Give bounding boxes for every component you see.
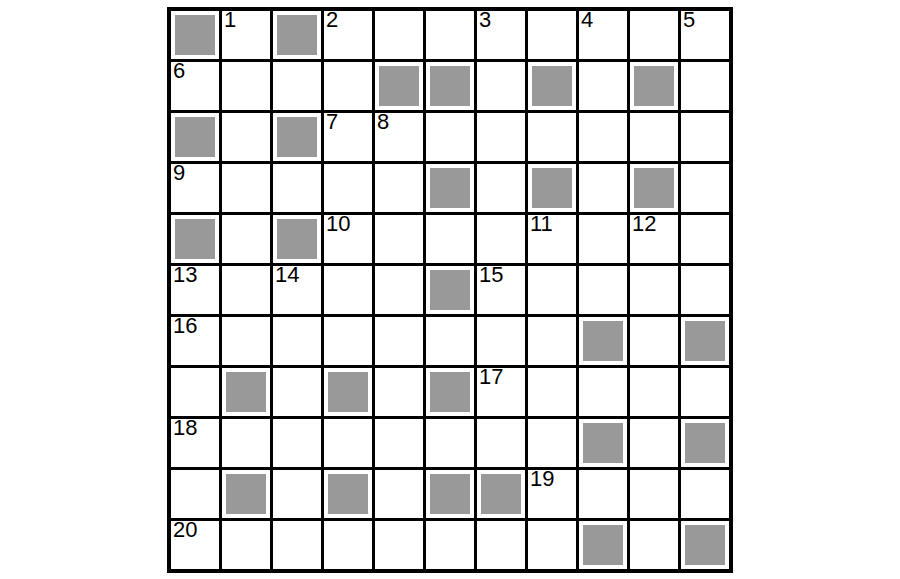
blocked-cell-r1c1	[171, 11, 219, 59]
cell-r1c9[interactable]: 4	[579, 11, 627, 59]
block-square	[277, 117, 317, 157]
blocked-cell-r4c6	[426, 164, 474, 212]
cell-r4c5[interactable]	[375, 164, 423, 212]
cell-r2c9[interactable]	[579, 62, 627, 110]
block-square	[430, 474, 470, 514]
cell-r10c11[interactable]	[681, 470, 729, 518]
blocked-cell-r10c2	[222, 470, 270, 518]
cell-r9c10[interactable]	[630, 419, 678, 467]
clue-number-6: 6	[173, 59, 185, 83]
blocked-cell-r4c10	[630, 164, 678, 212]
cell-r2c7[interactable]	[477, 62, 525, 110]
clue-number-9: 9	[173, 161, 185, 185]
cell-r7c1[interactable]: 16	[171, 317, 219, 365]
cell-r5c8[interactable]: 11	[528, 215, 576, 263]
blocked-cell-r11c11	[681, 521, 729, 569]
cell-r5c11[interactable]	[681, 215, 729, 263]
cell-r4c3[interactable]	[273, 164, 321, 212]
cell-r4c2[interactable]	[222, 164, 270, 212]
blocked-cell-r5c3	[273, 215, 321, 263]
cell-r4c1[interactable]: 9	[171, 164, 219, 212]
cell-r11c7[interactable]	[477, 521, 525, 569]
cell-r5c2[interactable]	[222, 215, 270, 263]
block-square	[328, 474, 368, 514]
cell-r11c1[interactable]: 20	[171, 521, 219, 569]
cell-r5c10[interactable]: 12	[630, 215, 678, 263]
clue-number-10: 10	[326, 212, 350, 236]
cell-r3c4[interactable]: 7	[324, 113, 372, 161]
cell-r8c3[interactable]	[273, 368, 321, 416]
blocked-cell-r8c6	[426, 368, 474, 416]
blocked-cell-r2c5	[375, 62, 423, 110]
cell-r8c9[interactable]	[579, 368, 627, 416]
cell-r11c8[interactable]	[528, 521, 576, 569]
cell-r8c8[interactable]	[528, 368, 576, 416]
block-square	[277, 15, 317, 55]
cell-r3c7[interactable]	[477, 113, 525, 161]
cell-r3c8[interactable]	[528, 113, 576, 161]
clue-number-13: 13	[173, 263, 197, 287]
cell-r2c4[interactable]	[324, 62, 372, 110]
blocked-cell-r5c1	[171, 215, 219, 263]
cell-r1c7[interactable]: 3	[477, 11, 525, 59]
clue-number-8: 8	[377, 110, 389, 134]
cell-r1c2[interactable]: 1	[222, 11, 270, 59]
cell-r5c9[interactable]	[579, 215, 627, 263]
blocked-cell-r6c6	[426, 266, 474, 314]
cell-r6c7[interactable]: 15	[477, 266, 525, 314]
clue-number-4: 4	[581, 8, 593, 32]
cell-r3c2[interactable]	[222, 113, 270, 161]
blocked-cell-r4c8	[528, 164, 576, 212]
cell-r11c2[interactable]	[222, 521, 270, 569]
block-square	[634, 168, 674, 208]
block-square	[226, 372, 266, 412]
blocked-cell-r3c3	[273, 113, 321, 161]
blocked-cell-r10c6	[426, 470, 474, 518]
clue-number-11: 11	[530, 212, 553, 236]
block-square	[685, 321, 725, 361]
cell-r3c6[interactable]	[426, 113, 474, 161]
blocked-cell-r7c9	[579, 317, 627, 365]
cell-r7c4[interactable]	[324, 317, 372, 365]
block-square	[430, 66, 470, 106]
blocked-cell-r9c11	[681, 419, 729, 467]
cell-r6c9[interactable]	[579, 266, 627, 314]
blocked-cell-r9c9	[579, 419, 627, 467]
cell-r11c6[interactable]	[426, 521, 474, 569]
cell-r1c5[interactable]	[375, 11, 423, 59]
blocked-cell-r10c4	[324, 470, 372, 518]
cell-r1c8[interactable]	[528, 11, 576, 59]
cell-r9c1[interactable]: 18	[171, 419, 219, 467]
cell-r7c10[interactable]	[630, 317, 678, 365]
cell-r3c11[interactable]	[681, 113, 729, 161]
cell-r8c10[interactable]	[630, 368, 678, 416]
block-square	[226, 474, 266, 514]
block-square	[175, 219, 215, 259]
cell-r11c4[interactable]	[324, 521, 372, 569]
cell-r5c7[interactable]	[477, 215, 525, 263]
cell-r1c4[interactable]: 2	[324, 11, 372, 59]
blocked-cell-r2c8	[528, 62, 576, 110]
block-square	[634, 66, 674, 106]
cell-r6c10[interactable]	[630, 266, 678, 314]
cell-r10c3[interactable]	[273, 470, 321, 518]
cell-r9c7[interactable]	[477, 419, 525, 467]
clue-number-20: 20	[173, 518, 197, 542]
clue-number-17: 17	[479, 365, 503, 389]
blocked-cell-r10c7	[477, 470, 525, 518]
clue-number-18: 18	[173, 416, 197, 440]
blocked-cell-r1c3	[273, 11, 321, 59]
block-square	[532, 168, 572, 208]
block-square	[583, 423, 623, 463]
block-square	[430, 270, 470, 310]
cell-r4c9[interactable]	[579, 164, 627, 212]
clue-number-12: 12	[632, 212, 656, 236]
cell-r6c11[interactable]	[681, 266, 729, 314]
cell-r9c8[interactable]	[528, 419, 576, 467]
clue-number-16: 16	[173, 314, 197, 338]
cell-r2c11[interactable]	[681, 62, 729, 110]
block-square	[175, 117, 215, 157]
cell-r8c7[interactable]: 17	[477, 368, 525, 416]
blocked-cell-r8c4	[324, 368, 372, 416]
clue-number-5: 5	[683, 8, 695, 32]
blocked-cell-r7c11	[681, 317, 729, 365]
cell-r9c3[interactable]	[273, 419, 321, 467]
cell-r10c8[interactable]: 19	[528, 470, 576, 518]
cell-r7c3[interactable]	[273, 317, 321, 365]
cell-r6c3[interactable]: 14	[273, 266, 321, 314]
cell-r10c10[interactable]	[630, 470, 678, 518]
cell-r9c5[interactable]	[375, 419, 423, 467]
cell-r7c5[interactable]	[375, 317, 423, 365]
block-square	[430, 372, 470, 412]
clue-number-1: 1	[224, 8, 236, 32]
block-square	[583, 525, 623, 565]
cell-r6c1[interactable]: 13	[171, 266, 219, 314]
clue-number-14: 14	[275, 263, 299, 287]
cell-r9c2[interactable]	[222, 419, 270, 467]
cell-r6c4[interactable]	[324, 266, 372, 314]
cell-r4c7[interactable]	[477, 164, 525, 212]
cell-r7c8[interactable]	[528, 317, 576, 365]
cell-r4c4[interactable]	[324, 164, 372, 212]
block-square	[532, 66, 572, 106]
cell-r10c1[interactable]	[171, 470, 219, 518]
cell-r3c5[interactable]: 8	[375, 113, 423, 161]
block-square	[685, 423, 725, 463]
block-square	[175, 15, 215, 55]
cell-r5c6[interactable]	[426, 215, 474, 263]
clue-number-3: 3	[479, 8, 491, 32]
cell-r5c4[interactable]: 10	[324, 215, 372, 263]
block-square	[379, 66, 419, 106]
cell-r11c3[interactable]	[273, 521, 321, 569]
cell-r1c6[interactable]	[426, 11, 474, 59]
cell-r3c10[interactable]	[630, 113, 678, 161]
clue-number-15: 15	[479, 263, 503, 287]
cell-r4c11[interactable]	[681, 164, 729, 212]
cell-r6c5[interactable]	[375, 266, 423, 314]
cell-r2c2[interactable]	[222, 62, 270, 110]
blocked-cell-r3c1	[171, 113, 219, 161]
cell-r9c6[interactable]	[426, 419, 474, 467]
block-square	[583, 321, 623, 361]
cell-r11c5[interactable]	[375, 521, 423, 569]
cell-r5c5[interactable]	[375, 215, 423, 263]
block-square	[328, 372, 368, 412]
cell-r6c2[interactable]	[222, 266, 270, 314]
cell-r3c9[interactable]	[579, 113, 627, 161]
cell-r11c10[interactable]	[630, 521, 678, 569]
cell-r7c2[interactable]	[222, 317, 270, 365]
cell-r1c10[interactable]	[630, 11, 678, 59]
cell-r6c8[interactable]	[528, 266, 576, 314]
cell-r7c7[interactable]	[477, 317, 525, 365]
cell-r2c1[interactable]: 6	[171, 62, 219, 110]
block-square	[430, 168, 470, 208]
cell-r7c6[interactable]	[426, 317, 474, 365]
cell-r8c5[interactable]	[375, 368, 423, 416]
page-background: 1234567891011121314151617181920	[0, 0, 900, 579]
clue-number-7: 7	[326, 110, 338, 134]
cell-r1c11[interactable]: 5	[681, 11, 729, 59]
block-square	[277, 219, 317, 259]
clue-number-19: 19	[530, 467, 554, 491]
blocked-cell-r11c9	[579, 521, 627, 569]
cell-r10c9[interactable]	[579, 470, 627, 518]
blocked-cell-r2c10	[630, 62, 678, 110]
block-square	[685, 525, 725, 565]
clue-number-2: 2	[326, 8, 338, 32]
cell-r8c1[interactable]	[171, 368, 219, 416]
cell-r2c3[interactable]	[273, 62, 321, 110]
cell-r9c4[interactable]	[324, 419, 372, 467]
crossword-grid: 1234567891011121314151617181920	[167, 7, 733, 573]
block-square	[481, 474, 521, 514]
blocked-cell-r8c2	[222, 368, 270, 416]
cell-r8c11[interactable]	[681, 368, 729, 416]
cell-r10c5[interactable]	[375, 470, 423, 518]
blocked-cell-r2c6	[426, 62, 474, 110]
